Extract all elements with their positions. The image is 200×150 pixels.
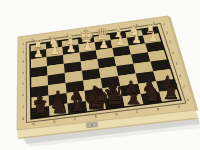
rank-label-right: 2 xyxy=(166,31,168,35)
piece-black-knight-g8: ♞ xyxy=(49,91,70,118)
piece-white-pawn-e2: ♟ xyxy=(82,40,92,53)
piece-white-pawn-f2: ♟ xyxy=(66,42,76,55)
clasp xyxy=(86,122,97,128)
rank-label-left: 1 xyxy=(22,42,24,46)
rank-label-right: 6 xyxy=(179,74,181,78)
piece-white-pawn-c2: ♟ xyxy=(115,35,125,48)
chess-board-svg: HH11GG22FF33EE44DD55CC66BB77AA88♜♞♝♛♚♝♞♜… xyxy=(0,0,200,150)
piece-black-bishop-f8: ♝ xyxy=(67,89,89,117)
rank-label-left: 8 xyxy=(22,117,24,121)
piece-white-pawn-g2: ♟ xyxy=(50,44,60,57)
rank-label-left: 3 xyxy=(22,60,24,64)
rank-label-right: 8 xyxy=(187,98,189,102)
rank-label-left: 2 xyxy=(22,50,24,54)
piece-white-pawn-h2: ♟ xyxy=(33,47,43,60)
piece-black-knight-b8: ♞ xyxy=(142,79,163,106)
piece-white-pawn-a2: ♟ xyxy=(148,31,158,44)
rank-label-right: 1 xyxy=(163,22,165,26)
rank-label-left: 6 xyxy=(22,93,24,97)
rank-label-right: 7 xyxy=(183,85,185,89)
rank-label-left: 5 xyxy=(22,82,24,86)
rank-label-left: 7 xyxy=(22,105,24,109)
piece-white-pawn-b2: ♟ xyxy=(132,33,142,46)
rank-label-right: 5 xyxy=(176,62,178,66)
piece-black-rook-h8: ♜ xyxy=(31,97,50,121)
chess-set-photo: HH11GG22FF33EE44DD55CC66BB77AA88♜♞♝♛♚♝♞♜… xyxy=(0,0,200,150)
piece-white-pawn-d2: ♟ xyxy=(99,38,109,51)
rank-label-left: 4 xyxy=(22,71,24,75)
piece-black-rook-a8: ♜ xyxy=(162,80,181,104)
rank-label-right: 3 xyxy=(169,40,171,44)
rank-label-right: 4 xyxy=(172,51,174,55)
